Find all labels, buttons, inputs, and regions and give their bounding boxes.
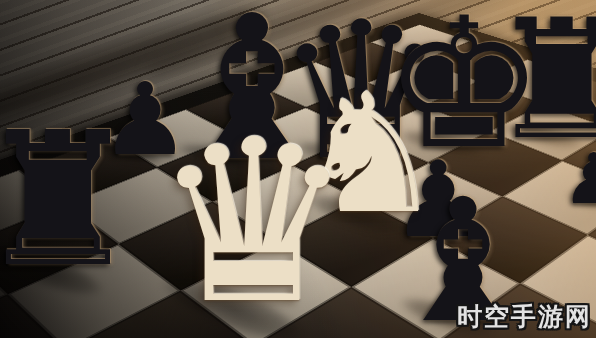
watermark-text: 时空手游网 [457, 300, 592, 333]
black-pawn-e6[interactable]: ♟ [563, 144, 596, 214]
white-queen-d3[interactable]: ♛ [152, 110, 354, 335]
chess-scene: ♜ ♟ ♝ ♛ ♚ ♜ ♞ ♛ ♟ ♝ ♟ 时空手游网 [0, 0, 596, 338]
